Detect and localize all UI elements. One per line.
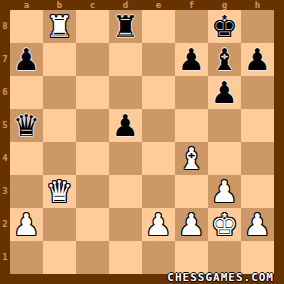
square-f4[interactable]: ♝ <box>175 142 208 175</box>
square-e4[interactable] <box>142 142 175 175</box>
square-a4[interactable] <box>10 142 43 175</box>
piece-black-pawn: ♟ <box>241 43 274 76</box>
watermark: CHESSGAMES.COM <box>167 272 274 284</box>
square-g8[interactable]: ♚ <box>208 10 241 43</box>
square-a5[interactable]: ♛ <box>10 109 43 142</box>
rank-label-7: 7 <box>0 43 10 76</box>
square-d5[interactable]: ♟ <box>109 109 142 142</box>
square-c1[interactable] <box>76 241 109 274</box>
square-c3[interactable] <box>76 175 109 208</box>
square-c4[interactable] <box>76 142 109 175</box>
square-e5[interactable] <box>142 109 175 142</box>
chess-board: ♜♜♚♟♟♝♟♟♛♟♝♛♟♟♟♟♚♟ <box>10 10 274 274</box>
rank-label-6: 6 <box>0 76 10 109</box>
square-d4[interactable] <box>109 142 142 175</box>
file-label-h: h <box>241 0 274 10</box>
piece-black-bishop: ♝ <box>208 43 241 76</box>
chess-diagram: abcdefgh 87654321 ♜♜♚♟♟♝♟♟♛♟♝♛♟♟♟♟♚♟ CHE… <box>0 0 284 284</box>
square-c6[interactable] <box>76 76 109 109</box>
piece-black-rook: ♜ <box>109 10 142 43</box>
square-a3[interactable] <box>10 175 43 208</box>
square-d2[interactable] <box>109 208 142 241</box>
square-b7[interactable] <box>43 43 76 76</box>
square-g5[interactable] <box>208 109 241 142</box>
square-e1[interactable] <box>142 241 175 274</box>
square-e2[interactable]: ♟ <box>142 208 175 241</box>
square-e3[interactable] <box>142 175 175 208</box>
square-h1[interactable] <box>241 241 274 274</box>
piece-white-pawn: ♟ <box>175 208 208 241</box>
square-f6[interactable] <box>175 76 208 109</box>
square-f2[interactable]: ♟ <box>175 208 208 241</box>
rank-label-4: 4 <box>0 142 10 175</box>
square-c8[interactable] <box>76 10 109 43</box>
square-g3[interactable]: ♟ <box>208 175 241 208</box>
piece-black-pawn: ♟ <box>10 43 43 76</box>
piece-black-queen: ♛ <box>10 109 43 142</box>
square-e7[interactable] <box>142 43 175 76</box>
square-e6[interactable] <box>142 76 175 109</box>
square-e8[interactable] <box>142 10 175 43</box>
square-a8[interactable] <box>10 10 43 43</box>
square-g7[interactable]: ♝ <box>208 43 241 76</box>
piece-white-bishop: ♝ <box>175 142 208 175</box>
square-h6[interactable] <box>241 76 274 109</box>
rank-labels: 87654321 <box>0 10 10 274</box>
piece-white-pawn: ♟ <box>10 208 43 241</box>
piece-white-pawn: ♟ <box>241 208 274 241</box>
square-d6[interactable] <box>109 76 142 109</box>
square-f7[interactable]: ♟ <box>175 43 208 76</box>
square-h3[interactable] <box>241 175 274 208</box>
square-g2[interactable]: ♚ <box>208 208 241 241</box>
rank-label-5: 5 <box>0 109 10 142</box>
square-d1[interactable] <box>109 241 142 274</box>
square-a2[interactable]: ♟ <box>10 208 43 241</box>
file-label-f: f <box>175 0 208 10</box>
rank-label-1: 1 <box>0 241 10 274</box>
square-d7[interactable] <box>109 43 142 76</box>
file-label-c: c <box>76 0 109 10</box>
square-h5[interactable] <box>241 109 274 142</box>
square-g4[interactable] <box>208 142 241 175</box>
square-h4[interactable] <box>241 142 274 175</box>
square-f5[interactable] <box>175 109 208 142</box>
piece-white-pawn: ♟ <box>208 175 241 208</box>
square-h2[interactable]: ♟ <box>241 208 274 241</box>
square-b8[interactable]: ♜ <box>43 10 76 43</box>
square-c2[interactable] <box>76 208 109 241</box>
square-a7[interactable]: ♟ <box>10 43 43 76</box>
square-b4[interactable] <box>43 142 76 175</box>
square-f1[interactable] <box>175 241 208 274</box>
piece-black-pawn: ♟ <box>109 109 142 142</box>
rank-label-8: 8 <box>0 10 10 43</box>
square-a6[interactable] <box>10 76 43 109</box>
square-b5[interactable] <box>43 109 76 142</box>
square-h8[interactable] <box>241 10 274 43</box>
square-h7[interactable]: ♟ <box>241 43 274 76</box>
square-b6[interactable] <box>43 76 76 109</box>
square-c5[interactable] <box>76 109 109 142</box>
piece-white-rook: ♜ <box>43 10 76 43</box>
piece-black-pawn: ♟ <box>175 43 208 76</box>
rank-label-2: 2 <box>0 208 10 241</box>
piece-black-king: ♚ <box>208 10 241 43</box>
square-d3[interactable] <box>109 175 142 208</box>
square-g1[interactable] <box>208 241 241 274</box>
square-a1[interactable] <box>10 241 43 274</box>
square-b1[interactable] <box>43 241 76 274</box>
piece-black-pawn: ♟ <box>208 76 241 109</box>
file-label-a: a <box>10 0 43 10</box>
square-c7[interactable] <box>76 43 109 76</box>
piece-white-pawn: ♟ <box>142 208 175 241</box>
square-g6[interactable]: ♟ <box>208 76 241 109</box>
piece-white-king: ♚ <box>208 208 241 241</box>
square-b3[interactable]: ♛ <box>43 175 76 208</box>
square-f8[interactable] <box>175 10 208 43</box>
square-d8[interactable]: ♜ <box>109 10 142 43</box>
rank-label-3: 3 <box>0 175 10 208</box>
piece-white-queen: ♛ <box>43 175 76 208</box>
file-label-e: e <box>142 0 175 10</box>
square-b2[interactable] <box>43 208 76 241</box>
square-f3[interactable] <box>175 175 208 208</box>
